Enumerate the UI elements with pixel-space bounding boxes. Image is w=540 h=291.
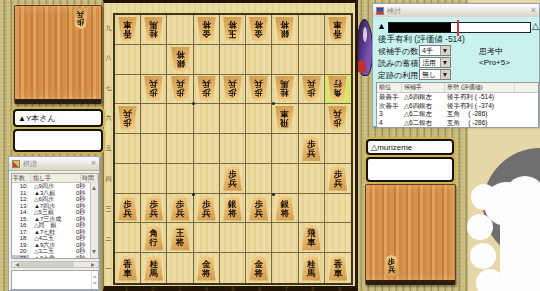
sente-name-plate: ▲Y本さん [13,109,103,127]
piece-歩兵[interactable]: 歩兵 [117,106,138,131]
rank-label: 一 [104,255,113,285]
kifu-titlebar[interactable]: 棋譜 × [9,157,99,171]
square-7四[interactable] [272,164,298,194]
piece-kanji: 将 [228,20,237,29]
kifu-close-icon[interactable]: × [91,159,96,168]
piece-kanji: 兵 [334,179,343,188]
kifu-col-move: 指し手 [31,174,81,182]
square-4八[interactable] [194,45,220,75]
piece-kanji: 兵 [77,10,85,18]
square-7六[interactable]: 飛車 [272,104,298,134]
piece-kanji: 歩 [254,88,263,97]
candidate-row[interactable]: 次善手△6四銀右後手有利 ( -374) [377,102,538,111]
square-8三[interactable] [299,194,325,224]
purple-mascot-red-detail [357,60,366,73]
square-1三[interactable]: 歩兵 [115,194,141,224]
chevron-down-icon[interactable] [440,70,450,79]
comment-scrollbar[interactable] [91,271,98,289]
file-label: 7 [273,285,300,291]
square-1二[interactable] [115,223,141,253]
file-label: 4 [193,285,220,291]
square-2三[interactable]: 歩兵 [141,194,167,224]
square-4七[interactable]: 歩兵 [194,75,220,105]
square-6七[interactable]: 歩兵 [246,75,272,105]
evaluation-bar [388,22,531,33]
square-8八[interactable] [299,45,325,75]
piece-kanji: 車 [334,269,343,278]
piece-kanji: 兵 [228,179,237,188]
col-evaluation: 形勢 (評価値) [445,83,515,92]
piece-kanji: 馬 [281,79,290,88]
piece-kanji: 玉 [228,29,237,38]
candidate-cell: △6四銀左 [402,93,445,102]
piece-kanji: 行 [150,238,159,247]
chevron-down-icon[interactable] [440,58,450,67]
square-1四[interactable] [115,164,141,194]
piece-歩兵[interactable]: 歩兵 [222,76,243,101]
rank-label: 三 [104,194,113,224]
candidate-cell: 後手有利 ( -374) [445,102,515,111]
piece-桂馬[interactable]: 桂馬 [274,76,295,101]
piece-kanji: 将 [254,269,263,278]
candidate-moves-table: 順位 候補手 形勢 (評価値) 最善手△6四銀左後手有利 ( -514)次善手△… [376,82,539,128]
piece-kanji: 歩 [228,88,237,97]
rank-label: 四 [104,164,113,194]
piece-銀将[interactable]: 銀将 [274,196,295,221]
sente-piece-stand[interactable]: 歩兵 [14,5,102,104]
piece-香車[interactable]: 香車 [117,256,138,281]
square-5一[interactable] [220,253,246,283]
piece-角行[interactable]: 角行 [143,225,164,250]
file-label: 8 [300,285,327,291]
kifu-move-list: 手数 指し手 時間 10:△9四歩0秒11:▲3八銀0秒12:△6四歩0秒13:… [11,173,99,259]
piece-kanji: 歩 [307,88,316,97]
kifu-col-moveno: 手数 [12,174,31,182]
chevron-down-icon[interactable] [440,46,450,55]
square-4九[interactable]: 金将 [194,15,220,45]
square-2九[interactable]: 桂馬 [141,15,167,45]
piece-kanji: 将 [202,269,211,278]
piece-kanji: 車 [334,20,343,29]
square-5四[interactable]: 歩兵 [220,164,246,194]
sente-eval-symbol: ▲ [377,21,386,31]
piece-歩兵[interactable]: 歩兵 [117,196,138,221]
candidate-cell: 3 [377,110,402,119]
piece-香車[interactable]: 香車 [117,17,138,42]
square-4三[interactable]: 歩兵 [194,194,220,224]
piece-kanji: 将 [281,20,290,29]
file-label: 9 [326,285,353,291]
engine-level: <Pro+5> [479,58,510,67]
piece-歩兵[interactable]: 歩兵 [301,76,322,101]
rank-label: 九 [104,13,113,43]
piece-kanji: 兵 [176,79,185,88]
square-3四[interactable] [167,164,193,194]
square-7二[interactable] [272,223,298,253]
piece-kanji: 馬 [150,20,159,29]
shogi-board: 九八七六五四三二一 香車桂馬金将玉将金将銀将香車銀将歩兵歩兵歩兵歩兵歩兵桂馬歩兵… [103,0,358,291]
candidate-row[interactable]: 3△6二銀左互角 ( -286) [377,110,538,119]
piece-金将[interactable]: 金将 [248,17,269,42]
square-2四[interactable] [141,164,167,194]
square-1七[interactable] [115,75,141,105]
piece-kanji: 将 [202,20,211,29]
piece-kanji: 歩 [202,88,211,97]
piece-kanji: 将 [228,209,237,218]
kifu-window: 棋譜 × 手数 指し手 時間 10:△9四歩0秒11:▲3八銀0秒12:△6四歩… [8,156,100,291]
file-label: 5 [220,285,247,291]
square-7三[interactable]: 銀将 [272,194,298,224]
search-memory-label: 読みの蓄積 [378,58,418,69]
square-4一[interactable]: 金将 [194,253,220,283]
piece-kanji: 桂 [150,29,159,38]
candidate-table-header: 順位 候補手 形勢 (評価値) [377,83,538,93]
piece-kanji: 行 [334,79,343,88]
piece-歩兵[interactable]: 歩兵 [196,196,217,221]
piece-kanji: 将 [176,238,185,247]
piece-歩兵[interactable]: 歩兵 [248,196,269,221]
piece-kanji: 飛 [281,118,290,127]
gote-name: △murizeme [371,143,412,152]
candidate-table-rows: 最善手△6四銀左後手有利 ( -514)次善手△6四銀右後手有利 ( -374)… [377,93,538,127]
kifu-col-time: 時間 [81,174,98,182]
gote-name-plate: △murizeme [366,139,454,155]
square-8九[interactable] [299,15,325,45]
candidate-cell [515,102,538,111]
kifu-comment-box[interactable] [11,270,99,290]
purple-mascot-highlight [363,27,367,42]
piece-kanji: 兵 [176,209,185,218]
file-label: 2 [140,285,167,291]
piece-金将[interactable]: 金将 [196,17,217,42]
piece-金将[interactable]: 金将 [196,256,217,281]
piece-kanji: 金 [254,29,263,38]
search-memory-dropdown[interactable]: 活用 [419,57,451,68]
scroll-right-icon[interactable] [91,263,97,267]
square-1八[interactable] [115,45,141,75]
piece-kanji: 車 [123,20,132,29]
square-5三[interactable]: 銀将 [220,194,246,224]
piece-歩兵[interactable]: 歩兵 [327,106,348,131]
candidate-cell: 4 [377,119,402,128]
file-labels: 123456789 [113,285,353,291]
candidate-cell: 後手有利 ( -514) [445,93,515,102]
piece-kanji: 兵 [228,79,237,88]
scrollbar-thumb[interactable] [19,262,74,267]
square-9六[interactable]: 歩兵 [325,104,351,134]
piece-kanji: 兵 [254,209,263,218]
square-9一[interactable]: 香車 [325,253,351,283]
square-1九[interactable]: 香車 [115,15,141,45]
piece-kanji: 将 [176,50,185,59]
hoshi-dot [272,102,275,105]
gote-eval-symbol: △ [532,21,539,31]
square-6一[interactable]: 金将 [246,253,272,283]
kifu-horizontal-scrollbar[interactable] [11,261,99,268]
file-label: 3 [166,285,193,291]
joseki-control: 定跡の利用 無し [378,69,538,80]
hoshi-dot [272,193,275,196]
piece-金将[interactable]: 金将 [248,256,269,281]
square-6二[interactable] [246,223,272,253]
square-7九[interactable]: 銀将 [272,15,298,45]
rank-label: 八 [104,43,113,73]
shogi-app-window: 九八七六五四三二一 香車桂馬金将玉将金将銀将香車銀将歩兵歩兵歩兵歩兵歩兵桂馬歩兵… [0,0,540,291]
piece-kanji: 歩 [123,118,132,127]
analysis-close-icon[interactable]: × [531,6,536,15]
candidate-cell: 最善手 [377,93,402,102]
piece-kanji: 角 [334,88,343,97]
mascot-cloud-body [500,195,540,291]
rank-label: 六 [104,104,113,134]
square-8二[interactable]: 飛車 [299,223,325,253]
piece-歩兵[interactable]: 歩兵 [143,196,164,221]
square-9四[interactable]: 歩兵 [325,164,351,194]
square-1五[interactable] [115,134,141,164]
square-5七[interactable]: 歩兵 [220,75,246,105]
square-2一[interactable]: 桂馬 [141,253,167,283]
mascot-cloud-bump [470,243,496,269]
square-2六[interactable] [141,104,167,134]
piece-歩兵[interactable]: 歩兵 [143,76,164,101]
piece-kanji: 銀 [176,59,185,68]
piece-kanji: 兵 [388,266,396,274]
analysis-window-icon [376,7,384,15]
analysis-body: ▲ △ 後手有利 (評価値 -514) 候補手の数 4手 思考中 読みの蓄積 活… [373,17,539,126]
square-3七[interactable]: 歩兵 [167,75,193,105]
piece-歩兵[interactable]: 歩兵 [170,196,191,221]
square-3三[interactable]: 歩兵 [167,194,193,224]
piece-kanji: 兵 [123,209,132,218]
hoshi-dot [192,102,195,105]
piece-kanji: 兵 [254,79,263,88]
square-3九[interactable] [167,15,193,45]
kifu-vertical-scrollbar[interactable] [90,182,98,258]
piece-銀将[interactable]: 銀将 [222,196,243,221]
piece-kanji: 兵 [202,209,211,218]
square-2七[interactable]: 歩兵 [141,75,167,105]
file-label: 1 [113,285,140,291]
candidate-count-control: 候補手の数 4手 思考中 [378,45,538,56]
candidate-row[interactable]: 最善手△6四銀左後手有利 ( -514) [377,93,538,102]
piece-kanji: 将 [254,20,263,29]
col-empty [515,83,538,92]
square-6六[interactable] [246,104,272,134]
square-7八[interactable] [272,45,298,75]
piece-kanji: 歩 [77,18,85,26]
kifu-window-title: 棋譜 [23,159,37,169]
piece-kanji: 車 [281,109,290,118]
piece-kanji: 銀 [281,29,290,38]
square-5九[interactable]: 玉将 [220,15,246,45]
piece-歩兵[interactable]: 歩兵 [301,136,322,161]
piece-王将[interactable]: 王将 [170,225,191,250]
square-8一[interactable]: 桂馬 [299,253,325,283]
square-3一[interactable] [167,253,193,283]
piece-歩兵[interactable]: 歩兵 [327,166,348,191]
square-7一[interactable] [272,253,298,283]
square-3二[interactable]: 王将 [167,223,193,253]
piece-kanji: 将 [281,209,290,218]
square-9八[interactable] [325,45,351,75]
square-9二[interactable] [325,223,351,253]
scroll-down-icon[interactable] [93,282,97,287]
piece-香車[interactable]: 香車 [327,256,348,281]
square-4六[interactable] [194,104,220,134]
candidate-cell: △6二銀左 [402,110,445,119]
rank-labels: 九八七六五四三二一 [104,13,113,285]
piece-kanji: 香 [334,29,343,38]
piece-kanji: 兵 [307,149,316,158]
candidate-cell: 互角 ( -286) [445,119,515,128]
piece-kanji: 桂 [281,88,290,97]
board-grid: 香車桂馬金将玉将金将銀将香車銀将歩兵歩兵歩兵歩兵歩兵桂馬歩兵角行歩兵飛車歩兵歩兵… [113,13,353,285]
square-7五[interactable] [272,134,298,164]
piece-kanji: 金 [202,29,211,38]
piece-歩兵[interactable]: 歩兵 [248,76,269,101]
piece-kanji: 歩 [150,88,159,97]
piece-桂馬[interactable]: 桂馬 [143,256,164,281]
square-8七[interactable]: 歩兵 [299,75,325,105]
square-5五[interactable] [220,134,246,164]
square-8四[interactable] [299,164,325,194]
joseki-dropdown[interactable]: 無し [419,69,451,80]
piece-桂馬[interactable]: 桂馬 [143,17,164,42]
square-5八[interactable] [220,45,246,75]
square-3八[interactable]: 銀将 [167,45,193,75]
square-2八[interactable] [141,45,167,75]
piece-香車[interactable]: 香車 [327,17,348,42]
piece-kanji: 兵 [150,209,159,218]
candidate-count-label: 候補手の数 [378,46,418,57]
candidate-cell: 次善手 [377,102,402,111]
piece-kanji: 兵 [123,109,132,118]
candidate-cell: 互角 ( -286) [445,110,515,119]
gote-piece-stand[interactable]: 歩兵 [365,184,456,285]
square-4四[interactable] [194,164,220,194]
scroll-up-icon[interactable] [92,184,96,190]
piece-歩兵[interactable]: 歩兵 [383,255,400,276]
square-9九[interactable]: 香車 [325,15,351,45]
candidate-cell [515,119,538,128]
piece-kanji: 馬 [150,269,159,278]
piece-玉将[interactable]: 玉将 [222,17,243,42]
candidate-cell [515,110,538,119]
rank-label: 七 [104,73,113,103]
piece-kanji: 兵 [150,79,159,88]
piece-銀将[interactable]: 銀将 [170,47,191,72]
square-5二[interactable] [220,223,246,253]
piece-歩兵[interactable]: 歩兵 [222,166,243,191]
square-3六[interactable] [167,104,193,134]
kifu-row[interactable]: 21:▲9七角0秒 [12,255,98,260]
kifu-cell: ▲9七角 [29,255,76,260]
piece-kanji: 歩 [176,88,185,97]
piece-歩兵[interactable]: 歩兵 [170,76,191,101]
square-1六[interactable]: 歩兵 [115,104,141,134]
square-1一[interactable]: 香車 [115,253,141,283]
square-9七[interactable]: 角行 [325,75,351,105]
square-6三[interactable]: 歩兵 [246,194,272,224]
square-8六[interactable] [299,104,325,134]
file-label: 6 [246,285,273,291]
rank-label: 二 [104,225,113,255]
piece-角行[interactable]: 角行 [327,76,348,101]
piece-kanji: 歩 [334,118,343,127]
rank-label: 五 [104,134,113,164]
square-2二[interactable]: 角行 [141,223,167,253]
sente-info-plate [13,129,103,152]
candidate-count-dropdown[interactable]: 4手 [419,45,451,56]
kifu-cell: 21: [12,255,29,260]
col-candidate: 候補手 [402,83,445,92]
square-9三[interactable] [325,194,351,224]
piece-歩兵[interactable]: 歩兵 [196,76,217,101]
gote-info-plate [366,157,454,182]
square-6四[interactable] [246,164,272,194]
analysis-window: 検討 × ▲ △ 後手有利 (評価値 -514) 候補手の数 4手 思考中 読み… [372,3,540,127]
kifu-window-icon [12,160,20,168]
square-2五[interactable] [141,134,167,164]
col-rank: 順位 [377,83,402,92]
analysis-window-title: 検討 [387,6,401,16]
hoshi-dot [192,193,195,196]
square-3五[interactable] [167,134,193,164]
piece-桂馬[interactable]: 桂馬 [301,256,322,281]
piece-kanji: 馬 [307,269,316,278]
candidate-cell: △6二銀右 [402,119,445,128]
piece-飛車[interactable]: 飛車 [274,106,295,131]
square-4五[interactable] [194,134,220,164]
square-6八[interactable] [246,45,272,75]
piece-歩兵[interactable]: 歩兵 [72,8,89,29]
candidate-row[interactable]: 4△6二銀右互角 ( -286) [377,119,538,128]
square-9五[interactable] [325,134,351,164]
kifu-rows: 10:△9四歩0秒11:▲3八銀0秒12:△6四歩0秒13:▲7四歩0秒14:△… [12,183,98,259]
piece-kanji: 兵 [202,79,211,88]
scroll-up-icon[interactable] [93,273,97,278]
scroll-down-icon[interactable] [92,250,96,256]
candidate-cell: △6四銀右 [402,102,445,111]
piece-kanji: 兵 [334,109,343,118]
square-8五[interactable]: 歩兵 [299,134,325,164]
square-4二[interactable] [194,223,220,253]
sente-name: ▲Y本さん [18,113,56,124]
piece-kanji: 香 [123,29,132,38]
piece-kanji: 車 [307,238,316,247]
square-6五[interactable] [246,134,272,164]
joseki-label: 定跡の利用 [378,70,418,81]
thinking-status: 思考中 [479,46,503,57]
analysis-titlebar[interactable]: 検討 × [373,4,539,18]
square-6九[interactable]: 金将 [246,15,272,45]
square-5六[interactable] [220,104,246,134]
piece-飛車[interactable]: 飛車 [301,225,322,250]
candidate-cell [515,93,538,102]
search-memory-control: 読みの蓄積 活用 <Pro+5> [378,57,538,68]
square-7七[interactable]: 桂馬 [272,75,298,105]
evaluation-bar-fill [389,23,451,32]
kifu-list-header: 手数 指し手 時間 [12,174,98,183]
piece-kanji: 車 [123,269,132,278]
piece-kanji: 兵 [307,79,316,88]
piece-銀将[interactable]: 銀将 [274,17,295,42]
